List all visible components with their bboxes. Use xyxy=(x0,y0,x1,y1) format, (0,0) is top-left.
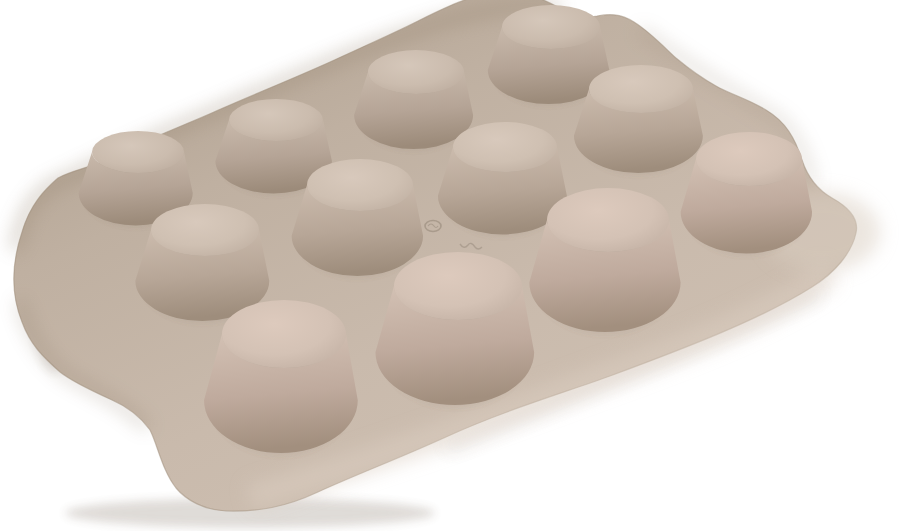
cup-top xyxy=(589,65,693,113)
cup-top xyxy=(307,159,413,211)
muffin-mold-photo xyxy=(0,0,900,531)
cup-top xyxy=(394,252,522,320)
cup-top xyxy=(547,188,669,252)
product-photo: Overhead angled product photo of a beige… xyxy=(0,0,900,531)
cup-top xyxy=(151,204,259,256)
cup-top xyxy=(696,132,802,186)
cup-top xyxy=(368,50,464,94)
cup-top xyxy=(453,122,557,172)
cup-top xyxy=(502,5,600,49)
cup-top xyxy=(229,99,323,141)
cup-top xyxy=(92,131,184,173)
cup-top xyxy=(222,300,346,368)
